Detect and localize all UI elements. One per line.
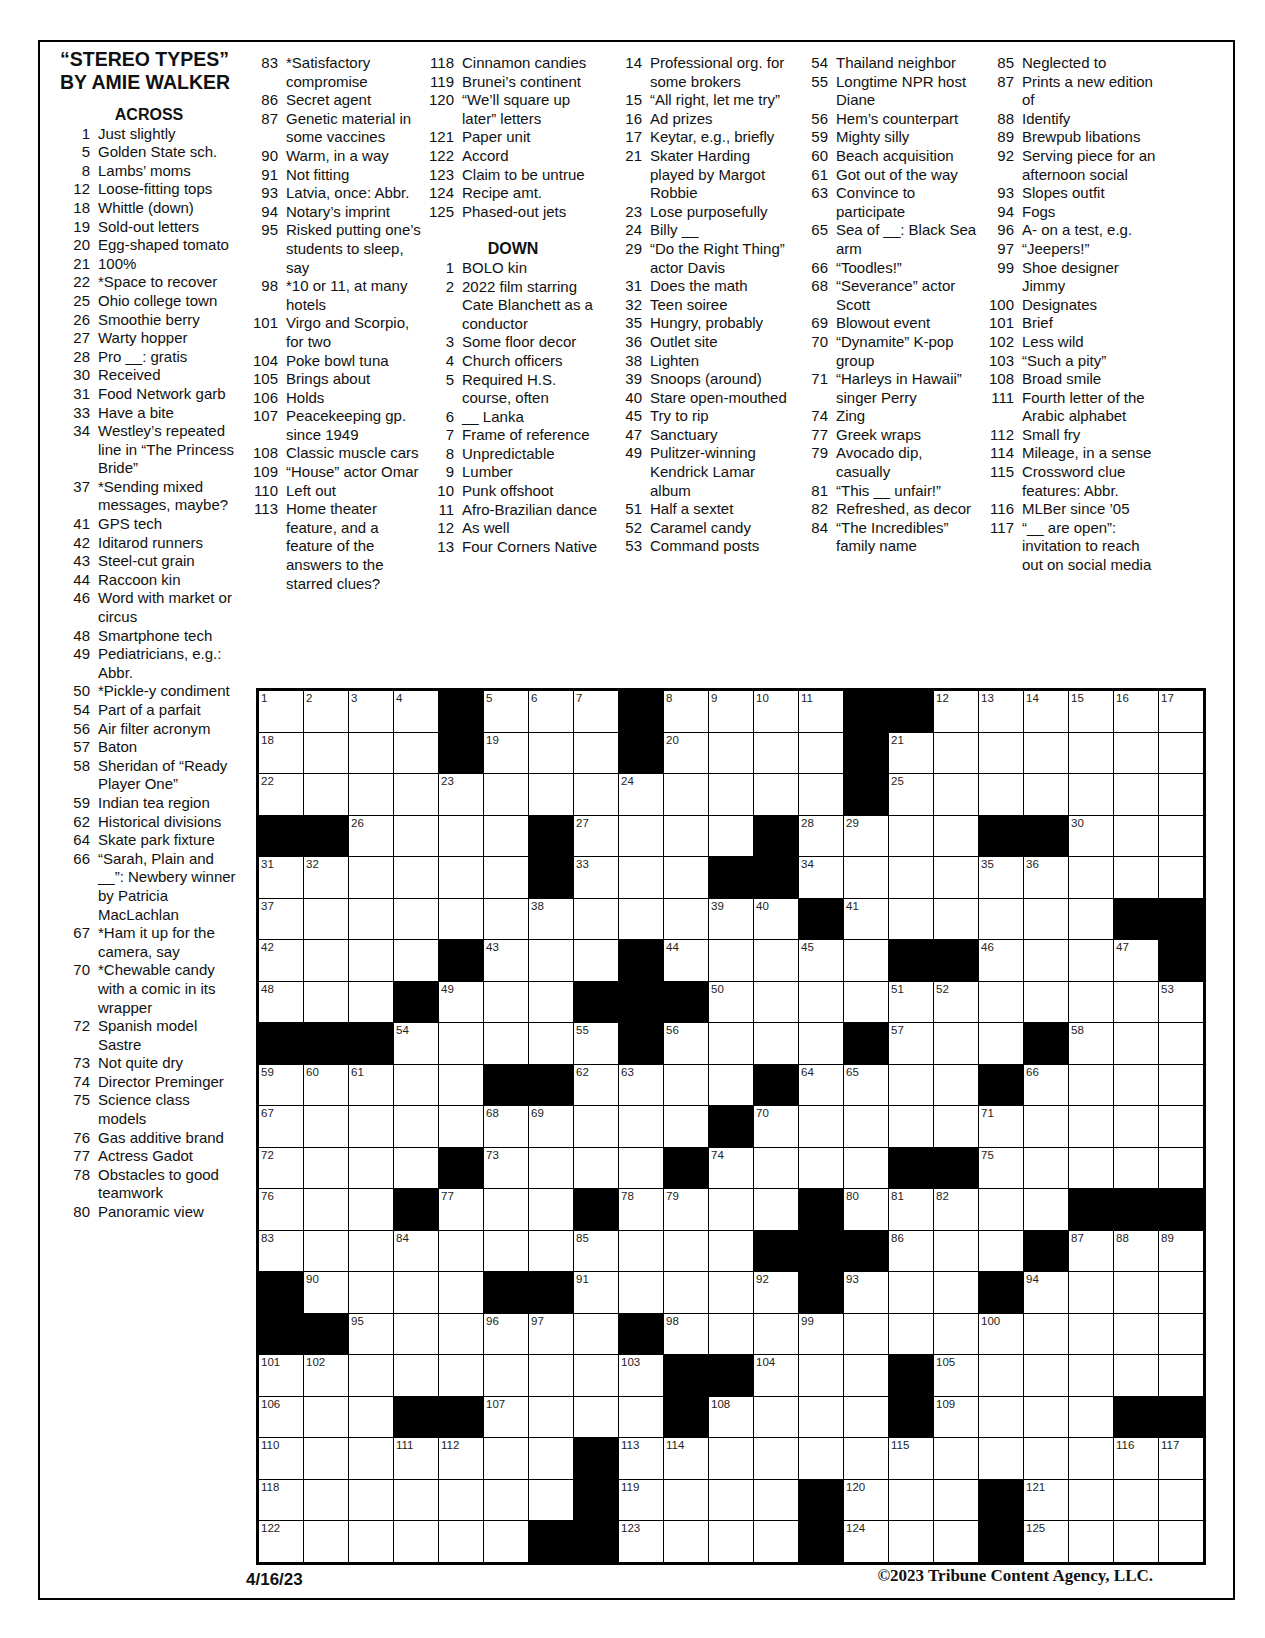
cell-r20c2[interactable]: [304, 1480, 348, 1521]
cell-r14c20[interactable]: 88: [1114, 1231, 1158, 1272]
cell-r10c19[interactable]: [1069, 1065, 1113, 1106]
cell-r14c6[interactable]: [484, 1231, 528, 1272]
cell-r8c3[interactable]: [349, 982, 393, 1023]
cell-r2c6[interactable]: 19: [484, 733, 528, 774]
cell-r19c12[interactable]: [754, 1438, 798, 1479]
cell-r6c14[interactable]: 41: [844, 899, 888, 940]
cell-r11c8[interactable]: [574, 1106, 618, 1147]
cell-r17c20[interactable]: [1114, 1355, 1158, 1396]
cell-r16c13[interactable]: 99: [799, 1314, 843, 1355]
cell-r1c18[interactable]: 14: [1024, 691, 1068, 732]
cell-r13c12[interactable]: [754, 1189, 798, 1230]
cell-r17c16[interactable]: 105: [934, 1355, 978, 1396]
cell-r2c15[interactable]: 21: [889, 733, 933, 774]
cell-r18c2[interactable]: [304, 1397, 348, 1438]
cell-r14c16[interactable]: [934, 1231, 978, 1272]
cell-r12c2[interactable]: [304, 1148, 348, 1189]
cell-r5c9[interactable]: [619, 857, 663, 898]
cell-r14c17[interactable]: [979, 1231, 1023, 1272]
cell-r18c3[interactable]: [349, 1397, 393, 1438]
cell-r12c7[interactable]: [529, 1148, 573, 1189]
cell-r5c5[interactable]: [439, 857, 483, 898]
cell-r21c6[interactable]: [484, 1521, 528, 1562]
cell-r21c15[interactable]: [889, 1521, 933, 1562]
cell-r5c4[interactable]: [394, 857, 438, 898]
cell-r6c1[interactable]: 37: [259, 899, 303, 940]
cell-r9c15[interactable]: 57: [889, 1023, 933, 1064]
cell-r15c19[interactable]: [1069, 1272, 1113, 1313]
cell-r11c20[interactable]: [1114, 1106, 1158, 1147]
cell-r16c14[interactable]: [844, 1314, 888, 1355]
cell-r6c15[interactable]: [889, 899, 933, 940]
cell-r1c16[interactable]: 12: [934, 691, 978, 732]
cell-r19c10[interactable]: 114: [664, 1438, 708, 1479]
cell-r16c16[interactable]: [934, 1314, 978, 1355]
cell-r13c17[interactable]: [979, 1189, 1023, 1230]
cell-r17c1[interactable]: 101: [259, 1355, 303, 1396]
cell-r15c15[interactable]: [889, 1272, 933, 1313]
cell-r12c11[interactable]: 74: [709, 1148, 753, 1189]
cell-r9c20[interactable]: [1114, 1023, 1158, 1064]
cell-r11c9[interactable]: [619, 1106, 663, 1147]
cell-r13c11[interactable]: [709, 1189, 753, 1230]
cell-r10c11[interactable]: [709, 1065, 753, 1106]
cell-r8c6[interactable]: [484, 982, 528, 1023]
cell-r19c3[interactable]: [349, 1438, 393, 1479]
cell-r20c15[interactable]: [889, 1480, 933, 1521]
cell-r21c20[interactable]: [1114, 1521, 1158, 1562]
cell-r2c13[interactable]: [799, 733, 843, 774]
cell-r1c4[interactable]: 4: [394, 691, 438, 732]
cell-r16c11[interactable]: [709, 1314, 753, 1355]
cell-r18c9[interactable]: [619, 1397, 663, 1438]
cell-r13c2[interactable]: [304, 1189, 348, 1230]
cell-r15c21[interactable]: [1159, 1272, 1203, 1313]
cell-r10c13[interactable]: 64: [799, 1065, 843, 1106]
cell-r7c3[interactable]: [349, 940, 393, 981]
cell-r7c6[interactable]: 43: [484, 940, 528, 981]
cell-r9c21[interactable]: [1159, 1023, 1203, 1064]
cell-r9c12[interactable]: [754, 1023, 798, 1064]
cell-r14c5[interactable]: [439, 1231, 483, 1272]
cell-r19c16[interactable]: [934, 1438, 978, 1479]
cell-r7c8[interactable]: [574, 940, 618, 981]
cell-r16c21[interactable]: [1159, 1314, 1203, 1355]
cell-r15c12[interactable]: 92: [754, 1272, 798, 1313]
cell-r19c2[interactable]: [304, 1438, 348, 1479]
cell-r20c5[interactable]: [439, 1480, 483, 1521]
cell-r10c2[interactable]: 60: [304, 1065, 348, 1106]
cell-r3c20[interactable]: [1114, 774, 1158, 815]
cell-r10c4[interactable]: [394, 1065, 438, 1106]
cell-r2c2[interactable]: [304, 733, 348, 774]
cell-r9c4[interactable]: 54: [394, 1023, 438, 1064]
cell-r10c10[interactable]: [664, 1065, 708, 1106]
cell-r11c15[interactable]: [889, 1106, 933, 1147]
cell-r18c16[interactable]: 109: [934, 1397, 978, 1438]
cell-r21c5[interactable]: [439, 1521, 483, 1562]
cell-r21c3[interactable]: [349, 1521, 393, 1562]
cell-r19c5[interactable]: 112: [439, 1438, 483, 1479]
cell-r10c14[interactable]: 65: [844, 1065, 888, 1106]
cell-r9c17[interactable]: [979, 1023, 1023, 1064]
cell-r21c10[interactable]: [664, 1521, 708, 1562]
cell-r3c16[interactable]: [934, 774, 978, 815]
cell-r10c3[interactable]: 61: [349, 1065, 393, 1106]
cell-r6c2[interactable]: [304, 899, 348, 940]
cell-r17c7[interactable]: [529, 1355, 573, 1396]
cell-r13c7[interactable]: [529, 1189, 573, 1230]
cell-r12c3[interactable]: [349, 1148, 393, 1189]
cell-r3c7[interactable]: [529, 774, 573, 815]
cell-r7c7[interactable]: [529, 940, 573, 981]
cell-r20c12[interactable]: [754, 1480, 798, 1521]
cell-r17c17[interactable]: [979, 1355, 1023, 1396]
cell-r6c4[interactable]: [394, 899, 438, 940]
cell-r3c3[interactable]: [349, 774, 393, 815]
cell-r5c1[interactable]: 31: [259, 857, 303, 898]
cell-r5c2[interactable]: 32: [304, 857, 348, 898]
cell-r4c5[interactable]: [439, 816, 483, 857]
cell-r17c4[interactable]: [394, 1355, 438, 1396]
cell-r9c7[interactable]: [529, 1023, 573, 1064]
cell-r14c15[interactable]: 86: [889, 1231, 933, 1272]
cell-r6c6[interactable]: [484, 899, 528, 940]
cell-r10c21[interactable]: [1159, 1065, 1203, 1106]
cell-r1c1[interactable]: 1: [259, 691, 303, 732]
cell-r3c18[interactable]: [1024, 774, 1068, 815]
cell-r7c11[interactable]: [709, 940, 753, 981]
cell-r3c13[interactable]: [799, 774, 843, 815]
cell-r21c4[interactable]: [394, 1521, 438, 1562]
cell-r3c12[interactable]: [754, 774, 798, 815]
cell-r7c1[interactable]: 42: [259, 940, 303, 981]
cell-r12c14[interactable]: [844, 1148, 888, 1189]
cell-r14c3[interactable]: [349, 1231, 393, 1272]
cell-r7c17[interactable]: 46: [979, 940, 1023, 981]
cell-r17c2[interactable]: 102: [304, 1355, 348, 1396]
cell-r16c17[interactable]: 100: [979, 1314, 1023, 1355]
cell-r12c8[interactable]: [574, 1148, 618, 1189]
cell-r6c5[interactable]: [439, 899, 483, 940]
cell-r15c18[interactable]: 94: [1024, 1272, 1068, 1313]
cell-r7c14[interactable]: [844, 940, 888, 981]
cell-r13c6[interactable]: [484, 1189, 528, 1230]
cell-r6c10[interactable]: [664, 899, 708, 940]
cell-r19c6[interactable]: [484, 1438, 528, 1479]
cell-r3c21[interactable]: [1159, 774, 1203, 815]
cell-r8c19[interactable]: [1069, 982, 1113, 1023]
cell-r7c12[interactable]: [754, 940, 798, 981]
cell-r17c8[interactable]: [574, 1355, 618, 1396]
cell-r21c18[interactable]: 125: [1024, 1521, 1068, 1562]
cell-r12c18[interactable]: [1024, 1148, 1068, 1189]
cell-r21c19[interactable]: [1069, 1521, 1113, 1562]
cell-r21c2[interactable]: [304, 1521, 348, 1562]
cell-r13c14[interactable]: 80: [844, 1189, 888, 1230]
cell-r8c16[interactable]: 52: [934, 982, 978, 1023]
cell-r11c5[interactable]: [439, 1106, 483, 1147]
cell-r12c21[interactable]: [1159, 1148, 1203, 1189]
cell-r8c18[interactable]: [1024, 982, 1068, 1023]
cell-r13c9[interactable]: 78: [619, 1189, 663, 1230]
cell-r19c19[interactable]: [1069, 1438, 1113, 1479]
cell-r6c16[interactable]: [934, 899, 978, 940]
cell-r11c21[interactable]: [1159, 1106, 1203, 1147]
cell-r10c15[interactable]: [889, 1065, 933, 1106]
cell-r14c11[interactable]: [709, 1231, 753, 1272]
cell-r14c10[interactable]: [664, 1231, 708, 1272]
cell-r10c16[interactable]: [934, 1065, 978, 1106]
cell-r16c5[interactable]: [439, 1314, 483, 1355]
cell-r8c14[interactable]: [844, 982, 888, 1023]
cell-r5c14[interactable]: [844, 857, 888, 898]
cell-r4c3[interactable]: 26: [349, 816, 393, 857]
cell-r21c11[interactable]: [709, 1521, 753, 1562]
cell-r3c8[interactable]: [574, 774, 618, 815]
cell-r19c15[interactable]: 115: [889, 1438, 933, 1479]
cell-r3c6[interactable]: [484, 774, 528, 815]
cell-r17c14[interactable]: [844, 1355, 888, 1396]
cell-r15c4[interactable]: [394, 1272, 438, 1313]
cell-r7c20[interactable]: 47: [1114, 940, 1158, 981]
cell-r2c17[interactable]: [979, 733, 1023, 774]
cell-r17c19[interactable]: [1069, 1355, 1113, 1396]
cell-r15c9[interactable]: [619, 1272, 663, 1313]
cell-r12c17[interactable]: 75: [979, 1148, 1023, 1189]
cell-r20c3[interactable]: [349, 1480, 393, 1521]
cell-r5c19[interactable]: [1069, 857, 1113, 898]
cell-r9c16[interactable]: [934, 1023, 978, 1064]
cell-r16c19[interactable]: [1069, 1314, 1113, 1355]
cell-r20c20[interactable]: [1114, 1480, 1158, 1521]
cell-r4c19[interactable]: 30: [1069, 816, 1113, 857]
cell-r5c3[interactable]: [349, 857, 393, 898]
cell-r11c1[interactable]: 67: [259, 1106, 303, 1147]
cell-r2c19[interactable]: [1069, 733, 1113, 774]
cell-r17c6[interactable]: [484, 1355, 528, 1396]
cell-r8c20[interactable]: [1114, 982, 1158, 1023]
cell-r4c15[interactable]: [889, 816, 933, 857]
cell-r5c18[interactable]: 36: [1024, 857, 1068, 898]
cell-r20c6[interactable]: [484, 1480, 528, 1521]
cell-r12c6[interactable]: 73: [484, 1148, 528, 1189]
cell-r4c6[interactable]: [484, 816, 528, 857]
cell-r11c7[interactable]: 69: [529, 1106, 573, 1147]
cell-r4c9[interactable]: [619, 816, 663, 857]
cell-r6c8[interactable]: [574, 899, 618, 940]
cell-r1c17[interactable]: 13: [979, 691, 1023, 732]
cell-r14c1[interactable]: 83: [259, 1231, 303, 1272]
cell-r6c19[interactable]: [1069, 899, 1113, 940]
cell-r18c1[interactable]: 106: [259, 1397, 303, 1438]
cell-r17c12[interactable]: 104: [754, 1355, 798, 1396]
cell-r13c15[interactable]: 81: [889, 1189, 933, 1230]
cell-r6c11[interactable]: 39: [709, 899, 753, 940]
cell-r20c7[interactable]: [529, 1480, 573, 1521]
cell-r20c21[interactable]: [1159, 1480, 1203, 1521]
cell-r21c14[interactable]: 124: [844, 1521, 888, 1562]
cell-r14c2[interactable]: [304, 1231, 348, 1272]
cell-r17c9[interactable]: 103: [619, 1355, 663, 1396]
cell-r11c3[interactable]: [349, 1106, 393, 1147]
cell-r1c8[interactable]: 7: [574, 691, 618, 732]
cell-r4c4[interactable]: [394, 816, 438, 857]
cell-r19c4[interactable]: 111: [394, 1438, 438, 1479]
cell-r8c7[interactable]: [529, 982, 573, 1023]
cell-r20c1[interactable]: 118: [259, 1480, 303, 1521]
cell-r16c8[interactable]: [574, 1314, 618, 1355]
cell-r5c8[interactable]: 33: [574, 857, 618, 898]
cell-r20c18[interactable]: 121: [1024, 1480, 1068, 1521]
cell-r13c1[interactable]: 76: [259, 1189, 303, 1230]
cell-r5c6[interactable]: [484, 857, 528, 898]
cell-r8c1[interactable]: 48: [259, 982, 303, 1023]
cell-r16c10[interactable]: 98: [664, 1314, 708, 1355]
cell-r2c12[interactable]: [754, 733, 798, 774]
cell-r8c2[interactable]: [304, 982, 348, 1023]
cell-r1c13[interactable]: 11: [799, 691, 843, 732]
cell-r3c9[interactable]: 24: [619, 774, 663, 815]
cell-r11c18[interactable]: [1024, 1106, 1068, 1147]
cell-r8c5[interactable]: 49: [439, 982, 483, 1023]
cell-r13c3[interactable]: [349, 1189, 393, 1230]
cell-r12c20[interactable]: [1114, 1148, 1158, 1189]
cell-r19c17[interactable]: [979, 1438, 1023, 1479]
cell-r19c11[interactable]: [709, 1438, 753, 1479]
cell-r12c4[interactable]: [394, 1148, 438, 1189]
cell-r2c16[interactable]: [934, 733, 978, 774]
cell-r11c4[interactable]: [394, 1106, 438, 1147]
cell-r15c2[interactable]: 90: [304, 1272, 348, 1313]
cell-r5c13[interactable]: 34: [799, 857, 843, 898]
cell-r12c1[interactable]: 72: [259, 1148, 303, 1189]
cell-r3c1[interactable]: 22: [259, 774, 303, 815]
cell-r15c3[interactable]: [349, 1272, 393, 1313]
cell-r5c15[interactable]: [889, 857, 933, 898]
cell-r3c11[interactable]: [709, 774, 753, 815]
cell-r21c1[interactable]: 122: [259, 1521, 303, 1562]
cell-r11c16[interactable]: [934, 1106, 978, 1147]
cell-r7c4[interactable]: [394, 940, 438, 981]
cell-r16c20[interactable]: [1114, 1314, 1158, 1355]
cell-r19c14[interactable]: [844, 1438, 888, 1479]
cell-r18c6[interactable]: 107: [484, 1397, 528, 1438]
cell-r20c4[interactable]: [394, 1480, 438, 1521]
cell-r15c8[interactable]: 91: [574, 1272, 618, 1313]
cell-r18c11[interactable]: 108: [709, 1397, 753, 1438]
cell-r16c7[interactable]: 97: [529, 1314, 573, 1355]
cell-r2c18[interactable]: [1024, 733, 1068, 774]
cell-r16c15[interactable]: [889, 1314, 933, 1355]
cell-r4c11[interactable]: [709, 816, 753, 857]
cell-r10c9[interactable]: 63: [619, 1065, 663, 1106]
cell-r15c11[interactable]: [709, 1272, 753, 1313]
cell-r12c13[interactable]: [799, 1148, 843, 1189]
cell-r2c11[interactable]: [709, 733, 753, 774]
cell-r4c21[interactable]: [1159, 816, 1203, 857]
cell-r4c16[interactable]: [934, 816, 978, 857]
cell-r11c12[interactable]: 70: [754, 1106, 798, 1147]
cell-r10c1[interactable]: 59: [259, 1065, 303, 1106]
cell-r10c8[interactable]: 62: [574, 1065, 618, 1106]
cell-r6c3[interactable]: [349, 899, 393, 940]
cell-r2c4[interactable]: [394, 733, 438, 774]
cell-r10c20[interactable]: [1114, 1065, 1158, 1106]
cell-r1c2[interactable]: 2: [304, 691, 348, 732]
cell-r2c10[interactable]: 20: [664, 733, 708, 774]
cell-r3c19[interactable]: [1069, 774, 1113, 815]
cell-r7c10[interactable]: 44: [664, 940, 708, 981]
cell-r2c1[interactable]: 18: [259, 733, 303, 774]
cell-r3c5[interactable]: 23: [439, 774, 483, 815]
cell-r20c10[interactable]: [664, 1480, 708, 1521]
cell-r15c10[interactable]: [664, 1272, 708, 1313]
cell-r11c10[interactable]: [664, 1106, 708, 1147]
cell-r12c19[interactable]: [1069, 1148, 1113, 1189]
cell-r14c4[interactable]: 84: [394, 1231, 438, 1272]
cell-r11c14[interactable]: [844, 1106, 888, 1147]
cell-r1c12[interactable]: 10: [754, 691, 798, 732]
cell-r19c21[interactable]: 117: [1159, 1438, 1203, 1479]
cell-r18c7[interactable]: [529, 1397, 573, 1438]
cell-r5c21[interactable]: [1159, 857, 1203, 898]
cell-r9c13[interactable]: [799, 1023, 843, 1064]
cell-r16c18[interactable]: [1024, 1314, 1068, 1355]
cell-r3c15[interactable]: 25: [889, 774, 933, 815]
cell-r17c13[interactable]: [799, 1355, 843, 1396]
cell-r6c17[interactable]: [979, 899, 1023, 940]
cell-r2c20[interactable]: [1114, 733, 1158, 774]
cell-r4c13[interactable]: 28: [799, 816, 843, 857]
cell-r1c19[interactable]: 15: [1069, 691, 1113, 732]
cell-r20c9[interactable]: 119: [619, 1480, 663, 1521]
cell-r18c14[interactable]: [844, 1397, 888, 1438]
cell-r18c12[interactable]: [754, 1397, 798, 1438]
cell-r3c4[interactable]: [394, 774, 438, 815]
cell-r17c3[interactable]: [349, 1355, 393, 1396]
cell-r6c9[interactable]: [619, 899, 663, 940]
cell-r2c3[interactable]: [349, 733, 393, 774]
cell-r12c9[interactable]: [619, 1148, 663, 1189]
cell-r18c13[interactable]: [799, 1397, 843, 1438]
cell-r16c6[interactable]: 96: [484, 1314, 528, 1355]
cell-r3c10[interactable]: [664, 774, 708, 815]
cell-r7c18[interactable]: [1024, 940, 1068, 981]
cell-r1c3[interactable]: 3: [349, 691, 393, 732]
cell-r21c16[interactable]: [934, 1521, 978, 1562]
cell-r11c19[interactable]: [1069, 1106, 1113, 1147]
cell-r2c8[interactable]: [574, 733, 618, 774]
cell-r12c12[interactable]: [754, 1148, 798, 1189]
cell-r17c21[interactable]: [1159, 1355, 1203, 1396]
cell-r14c7[interactable]: [529, 1231, 573, 1272]
cell-r17c18[interactable]: [1024, 1355, 1068, 1396]
cell-r9c6[interactable]: [484, 1023, 528, 1064]
cell-r7c19[interactable]: [1069, 940, 1113, 981]
cell-r19c1[interactable]: 110: [259, 1438, 303, 1479]
cell-r4c8[interactable]: 27: [574, 816, 618, 857]
cell-r5c10[interactable]: [664, 857, 708, 898]
cell-r19c13[interactable]: [799, 1438, 843, 1479]
cell-r11c13[interactable]: [799, 1106, 843, 1147]
cell-r10c5[interactable]: [439, 1065, 483, 1106]
cell-r1c7[interactable]: 6: [529, 691, 573, 732]
cell-r14c8[interactable]: 85: [574, 1231, 618, 1272]
cell-r9c19[interactable]: 58: [1069, 1023, 1113, 1064]
cell-r9c8[interactable]: 55: [574, 1023, 618, 1064]
cell-r21c9[interactable]: 123: [619, 1521, 663, 1562]
